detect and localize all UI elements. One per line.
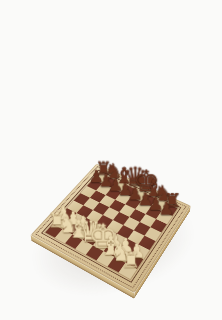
board-grid: ♜♞♝♛♚♝♞♜♟♟♟♟♟♟♟♟♟♟♟♟♟♟♟♟♜♞♝♛♚♝♞♜ xyxy=(45,173,177,279)
product-photo-chess-set: { "game": "chess", "scene": "overhead-an… xyxy=(0,0,222,320)
black-queen: ♛ xyxy=(123,165,134,191)
photo-background: ♜♞♝♛♚♝♞♜♟♟♟♟♟♟♟♟♟♟♟♟♟♟♟♟♜♞♝♛♚♝♞♜ xyxy=(0,0,222,320)
scene: ♜♞♝♛♚♝♞♜♟♟♟♟♟♟♟♟♟♟♟♟♟♟♟♟♜♞♝♛♚♝♞♜ xyxy=(0,0,222,320)
chess-board: ♜♞♝♛♚♝♞♜♟♟♟♟♟♟♟♟♟♟♟♟♟♟♟♟♜♞♝♛♚♝♞♜ xyxy=(31,164,191,293)
